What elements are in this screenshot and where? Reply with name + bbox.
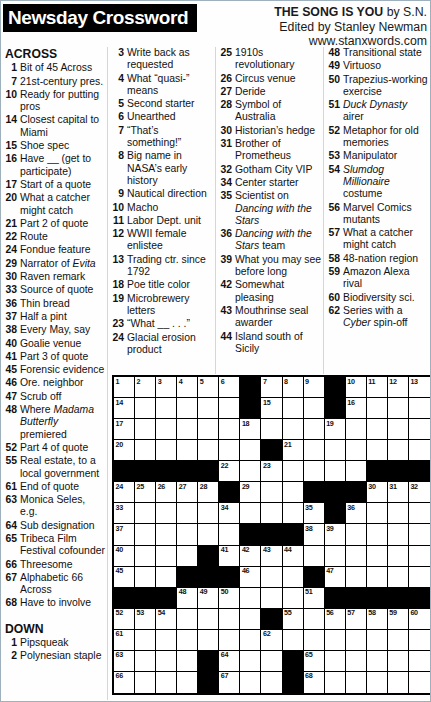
- grid-cell-7-5[interactable]: [198, 503, 219, 524]
- grid-cell-2-12[interactable]: 16: [346, 398, 367, 419]
- clue-44: 44Island south of Sicily: [218, 331, 323, 356]
- grid-cell-6-4[interactable]: 27: [177, 482, 198, 503]
- grid-cell-2-10[interactable]: [304, 398, 325, 419]
- grid-cell-5-7[interactable]: [240, 461, 261, 482]
- grid-cell-13-1[interactable]: 61: [114, 630, 135, 651]
- grid-cell-6-3[interactable]: 26: [156, 482, 177, 503]
- clue-1: 1Bit of 45 Across: [3, 62, 105, 74]
- grid-cell-12-14[interactable]: 59: [388, 609, 409, 630]
- grid-cell-5-10[interactable]: [304, 461, 325, 482]
- grid-cell-10-11[interactable]: 47: [325, 567, 346, 588]
- grid-cell-15-3[interactable]: [156, 672, 177, 693]
- grid-cell-8-11[interactable]: 39: [325, 524, 346, 545]
- grid-cell-3-4[interactable]: [177, 419, 198, 440]
- grid-cell-4-4[interactable]: [177, 440, 198, 461]
- clue-64: 64Sub designation: [3, 520, 105, 532]
- grid-cell-14-1[interactable]: 63: [114, 651, 135, 672]
- cell-number: 8: [284, 378, 288, 386]
- grid-cell-3-12[interactable]: [346, 419, 367, 440]
- grid-cell-8-2[interactable]: [135, 524, 156, 545]
- grid-cell-3-15[interactable]: [409, 419, 430, 440]
- clue-46: 46Ore. neighbor: [3, 377, 105, 389]
- grid-cell-3-2[interactable]: [135, 419, 156, 440]
- grid-cell-7-3[interactable]: [156, 503, 177, 524]
- grid-cell-1-1[interactable]: 1: [114, 377, 135, 398]
- grid-cell-11-8[interactable]: [261, 588, 282, 609]
- clue-14: 14Closest capital to Miami: [3, 114, 105, 139]
- grid-cell-12-2[interactable]: 53: [135, 609, 156, 630]
- grid-cell-12-13[interactable]: 58: [367, 609, 388, 630]
- clue-22: 22Route: [3, 231, 105, 243]
- grid-cell-4-12[interactable]: [346, 440, 367, 461]
- cell-number: 7: [263, 378, 267, 386]
- grid-cell-9-12[interactable]: [346, 546, 367, 567]
- grid-cell-6-9[interactable]: [283, 482, 304, 503]
- clue-number: 65: [3, 533, 20, 558]
- grid-cell-4-7[interactable]: [240, 440, 261, 461]
- grid-cell-12-9[interactable]: 55: [283, 609, 304, 630]
- cell-number: 24: [116, 483, 123, 491]
- grid-cell-2-1[interactable]: 14: [114, 398, 135, 419]
- grid-cell-1-13[interactable]: 11: [367, 377, 388, 398]
- grid-cell-15-13[interactable]: [367, 672, 388, 693]
- grid-cell-7-15[interactable]: [409, 503, 430, 524]
- grid-cell-9-3[interactable]: [156, 546, 177, 567]
- grid-cell-10-2[interactable]: [135, 567, 156, 588]
- grid-cell-2-6[interactable]: [219, 398, 240, 419]
- clue-36: 36Thin bread: [3, 298, 105, 310]
- grid-cell-13-15[interactable]: [409, 630, 430, 651]
- grid-cell-13-2[interactable]: [135, 630, 156, 651]
- grid-cell-13-12[interactable]: [346, 630, 367, 651]
- clue-48: 48Where Madama Butterfly premiered: [3, 404, 105, 441]
- clue-number: 61: [3, 481, 20, 493]
- grid-cell-5-8[interactable]: 23: [261, 461, 282, 482]
- cell-number: 19: [326, 420, 333, 428]
- grid-cell-7-2[interactable]: [135, 503, 156, 524]
- grid-cell-11-6[interactable]: 50: [219, 588, 240, 609]
- grid-cell-3-6[interactable]: [219, 419, 240, 440]
- grid-cell-10-13[interactable]: [367, 567, 388, 588]
- clue-number: 55: [3, 455, 20, 480]
- clue-number: 10: [3, 89, 20, 114]
- grid-cell-4-14[interactable]: [388, 440, 409, 461]
- clue-number: 54: [326, 164, 343, 201]
- grid-cell-4-2[interactable]: [135, 440, 156, 461]
- grid-cell-14-13[interactable]: [367, 651, 388, 672]
- grid-cell-13-14[interactable]: [388, 630, 409, 651]
- grid-cell-12-7[interactable]: [240, 609, 261, 630]
- clue-2: 2Polynesian staple: [3, 650, 105, 662]
- clue-text: Sub designation: [20, 520, 105, 532]
- grid-cell-12-15[interactable]: 60: [409, 609, 430, 630]
- grid-cell-5-11[interactable]: [325, 461, 346, 482]
- black-cell-14-9: [283, 651, 304, 672]
- grid-cell-9-10[interactable]: [304, 546, 325, 567]
- clue-text: What a catcher might catch: [343, 227, 430, 252]
- clue-61: 61End of quote: [3, 481, 105, 493]
- cell-number: 34: [221, 504, 228, 512]
- clue-text: Big name in NASA’s early history: [127, 150, 215, 187]
- clue-text: Write back as requested: [127, 47, 215, 72]
- grid-cell-3-5[interactable]: [198, 419, 219, 440]
- grid-cell-8-13[interactable]: [367, 524, 388, 545]
- black-cell-1-11: [325, 377, 346, 398]
- clue-text: Bit of 45 Across: [20, 62, 105, 74]
- grid-cell-12-11[interactable]: 56: [325, 609, 346, 630]
- clue-3: 3Write back as requested: [110, 47, 215, 72]
- grid-cell-9-6[interactable]: 41: [219, 546, 240, 567]
- grid-cell-3-1[interactable]: 17: [114, 419, 135, 440]
- grid-cell-7-12[interactable]: 36: [346, 503, 367, 524]
- grid-cell-8-15[interactable]: [409, 524, 430, 545]
- clue-number: 9: [110, 188, 127, 200]
- grid-cell-4-11[interactable]: [325, 440, 346, 461]
- clue-66: 66Threesome: [3, 559, 105, 571]
- grid-cell-4-1[interactable]: 20: [114, 440, 135, 461]
- grid-cell-4-9[interactable]: 21: [283, 440, 304, 461]
- grid-cell-10-8[interactable]: [261, 567, 282, 588]
- grid-cell-14-10[interactable]: 65: [304, 651, 325, 672]
- grid-cell-14-4[interactable]: [177, 651, 198, 672]
- grid-cell-1-2[interactable]: 2: [135, 377, 156, 398]
- clue-10: 10Macho: [110, 202, 215, 214]
- clue-text: Marvel Comics mutants: [343, 202, 430, 227]
- grid-cell-14-6[interactable]: 64: [219, 651, 240, 672]
- clue-6: 6Unearthed: [110, 111, 215, 123]
- grid-cell-4-10[interactable]: [304, 440, 325, 461]
- grid-cell-15-12[interactable]: [346, 672, 367, 693]
- clue-text: “That’s something!”: [127, 125, 215, 150]
- clue-31: 31Brother of Prometheus: [218, 138, 323, 163]
- grid-cell-14-3[interactable]: [156, 651, 177, 672]
- grid-cell-9-7[interactable]: 42: [240, 546, 261, 567]
- black-cell-11-2: [135, 588, 156, 609]
- grid-cell-5-6[interactable]: 22: [219, 461, 240, 482]
- grid-cell-6-2[interactable]: 25: [135, 482, 156, 503]
- clue-number: 29: [3, 258, 20, 270]
- clue-text: Ready for putting pros: [20, 89, 105, 114]
- grid-cell-2-15[interactable]: [409, 398, 430, 419]
- clue-number: 24: [3, 244, 20, 256]
- grid-cell-3-8[interactable]: [261, 419, 282, 440]
- grid-cell-7-1[interactable]: 33: [114, 503, 135, 524]
- grid-cell-13-13[interactable]: [367, 630, 388, 651]
- grid-cell-9-2[interactable]: [135, 546, 156, 567]
- grid-cell-10-9[interactable]: [283, 567, 304, 588]
- grid-cell-7-6[interactable]: 34: [219, 503, 240, 524]
- grid-cell-15-6[interactable]: 67: [219, 672, 240, 693]
- grid-cell-3-14[interactable]: [388, 419, 409, 440]
- grid-cell-12-6[interactable]: [219, 609, 240, 630]
- clue-text: Labor Dept. unit: [127, 215, 215, 227]
- grid-cell-14-14[interactable]: [388, 651, 409, 672]
- clue-45: 45Forensic evidence: [3, 364, 105, 376]
- clue-text: WWII female enlistee: [127, 228, 215, 253]
- grid-cell-1-8[interactable]: 7: [261, 377, 282, 398]
- grid-cell-4-6[interactable]: [219, 440, 240, 461]
- grid-cell-2-9[interactable]: [283, 398, 304, 419]
- clue-number: 5: [110, 98, 127, 110]
- grid-cell-7-4[interactable]: [177, 503, 198, 524]
- cell-number: 41: [221, 546, 228, 554]
- clue-number: 30: [3, 271, 20, 283]
- clue-52: 52Part 4 of quote: [3, 442, 105, 454]
- clue-number: 38: [3, 324, 20, 336]
- cell-number: 43: [263, 546, 270, 554]
- grid-cell-12-3[interactable]: 54: [156, 609, 177, 630]
- black-cell-5-1: [114, 461, 135, 482]
- clue-63: 63Monica Seles, e.g.: [3, 494, 105, 519]
- clue-text: Duck Dynasty airer: [343, 99, 430, 124]
- clue-number: 42: [218, 279, 235, 304]
- grid-cell-1-3[interactable]: 3: [156, 377, 177, 398]
- clue-text: Real estate, to a local government: [20, 455, 105, 480]
- clue-text: Symbol of Australia: [235, 99, 323, 124]
- grid-cell-14-2[interactable]: [135, 651, 156, 672]
- grid-cell-3-9[interactable]: [283, 419, 304, 440]
- grid-cell-8-10[interactable]: 38: [304, 524, 325, 545]
- grid-cell-2-8[interactable]: 15: [261, 398, 282, 419]
- clue-text: End of quote: [20, 481, 105, 493]
- clue-text: Dancing with the Stars team: [235, 228, 323, 253]
- black-cell-6-11: [325, 482, 346, 503]
- grid-cell-11-7[interactable]: [240, 588, 261, 609]
- cell-number: 60: [410, 609, 417, 617]
- grid-cell-9-15[interactable]: [409, 546, 430, 567]
- grid-cell-7-7[interactable]: [240, 503, 261, 524]
- grid-cell-10-7[interactable]: 46: [240, 567, 261, 588]
- clue-text: Trading ctr. since 1792: [127, 254, 215, 279]
- grid-cell-14-11[interactable]: [325, 651, 346, 672]
- grid-cell-15-8[interactable]: [261, 672, 282, 693]
- grid-cell-6-15[interactable]: 32: [409, 482, 430, 503]
- grid-cell-3-11[interactable]: 19: [325, 419, 346, 440]
- clue-52: 52Metaphor for old memories: [326, 125, 430, 150]
- clue-text: Raven remark: [20, 271, 105, 283]
- grid-cell-1-4[interactable]: 4: [177, 377, 198, 398]
- clue-number: 37: [3, 311, 20, 323]
- grid-cell-5-12[interactable]: [346, 461, 367, 482]
- grid-cell-13-7[interactable]: [240, 630, 261, 651]
- grid-cell-13-8[interactable]: 62: [261, 630, 282, 651]
- grid-cell-14-15[interactable]: [409, 651, 430, 672]
- clue-54: 54Slumdog Millionaire costume: [326, 164, 430, 201]
- grid-cell-15-10[interactable]: 68: [304, 672, 325, 693]
- grid-cell-15-11[interactable]: [325, 672, 346, 693]
- cell-number: 51: [305, 588, 312, 596]
- clue-number: 30: [218, 125, 235, 137]
- grid-cell-4-3[interactable]: [156, 440, 177, 461]
- grid-cell-2-2[interactable]: [135, 398, 156, 419]
- clue-number: 56: [326, 202, 343, 227]
- grid-cell-8-6[interactable]: [219, 524, 240, 545]
- clue-number: 40: [3, 338, 20, 350]
- black-cell-11-11: [325, 588, 346, 609]
- clue-text: What a catcher might catch: [20, 192, 105, 217]
- grid-cell-3-13[interactable]: [367, 419, 388, 440]
- grid-cell-13-11[interactable]: [325, 630, 346, 651]
- grid-cell-14-7[interactable]: [240, 651, 261, 672]
- grid-cell-9-4[interactable]: [177, 546, 198, 567]
- clue-text: Macho: [127, 202, 215, 214]
- cell-number: 23: [263, 462, 270, 470]
- grid-cell-7-8[interactable]: [261, 503, 282, 524]
- grid-cell-6-5[interactable]: 28: [198, 482, 219, 503]
- clue-number: 1: [3, 637, 20, 649]
- grid-cell-7-9[interactable]: [283, 503, 304, 524]
- grid-cell-8-14[interactable]: [388, 524, 409, 545]
- grid-cell-2-5[interactable]: [198, 398, 219, 419]
- grid-cell-15-4[interactable]: [177, 672, 198, 693]
- cell-number: 54: [158, 609, 165, 617]
- cell-number: 63: [116, 651, 123, 659]
- clue-number: 7: [110, 125, 127, 150]
- grid-cell-15-15[interactable]: [409, 672, 430, 693]
- black-cell-6-6: [219, 482, 240, 503]
- clue-11: 11Labor Dept. unit: [110, 215, 215, 227]
- grid-cell-1-10[interactable]: 9: [304, 377, 325, 398]
- grid-cell-13-6[interactable]: [219, 630, 240, 651]
- grid-cell-6-1[interactable]: 24: [114, 482, 135, 503]
- grid-cell-1-9[interactable]: 8: [283, 377, 304, 398]
- grid-cell-2-14[interactable]: [388, 398, 409, 419]
- grid-cell-9-1[interactable]: 40: [114, 546, 135, 567]
- clue-28: 28Symbol of Australia: [218, 99, 323, 124]
- grid-cell-3-3[interactable]: [156, 419, 177, 440]
- cell-number: 20: [116, 441, 123, 449]
- black-cell-5-14: [388, 461, 409, 482]
- grid-cell-9-14[interactable]: [388, 546, 409, 567]
- grid-cell-10-12[interactable]: [346, 567, 367, 588]
- grid-cell-13-9[interactable]: [283, 630, 304, 651]
- grid-cell-5-9[interactable]: [283, 461, 304, 482]
- grid-cell-11-9[interactable]: [283, 588, 304, 609]
- cell-number: 21: [284, 441, 291, 449]
- clue-number: 66: [3, 559, 20, 571]
- grid-cell-4-5[interactable]: [198, 440, 219, 461]
- grid-cell-11-10[interactable]: 51: [304, 588, 325, 609]
- grid-cell-8-1[interactable]: 37: [114, 524, 135, 545]
- grid-cell-1-14[interactable]: 12: [388, 377, 409, 398]
- cell-number: 53: [137, 609, 144, 617]
- grid-cell-14-12[interactable]: [346, 651, 367, 672]
- grid-cell-15-2[interactable]: [135, 672, 156, 693]
- grid-cell-15-7[interactable]: [240, 672, 261, 693]
- clue-number: 45: [3, 364, 20, 376]
- grid-cell-6-7[interactable]: 29: [240, 482, 261, 503]
- grid-cell-15-14[interactable]: [388, 672, 409, 693]
- clue-text: Amazon Alexa rival: [343, 266, 430, 291]
- clue-text: Shoe spec: [20, 140, 105, 152]
- grid-cell-14-8[interactable]: [261, 651, 282, 672]
- grid-cell-11-4[interactable]: 48: [177, 588, 198, 609]
- grid-cell-10-3[interactable]: [156, 567, 177, 588]
- clue-number: 19: [110, 293, 127, 318]
- grid-cell-8-5[interactable]: [198, 524, 219, 545]
- grid-cell-12-1[interactable]: 52: [114, 609, 135, 630]
- grid-cell-7-13[interactable]: [367, 503, 388, 524]
- clue-59: 59Amazon Alexa rival: [326, 266, 430, 291]
- clue-text: Tribeca Film Festival cofounder: [20, 533, 105, 558]
- grid-cell-13-4[interactable]: [177, 630, 198, 651]
- grid-cell-2-13[interactable]: [367, 398, 388, 419]
- cell-number: 58: [368, 609, 375, 617]
- grid-cell-7-10[interactable]: 35: [304, 503, 325, 524]
- cell-number: 12: [389, 378, 396, 386]
- grid-cell-13-10[interactable]: [304, 630, 325, 651]
- grid-cell-10-14[interactable]: [388, 567, 409, 588]
- clue-text: Scientist on Dancing with the Stars: [235, 190, 323, 227]
- clue-33: 33Source of quote: [3, 284, 105, 296]
- grid-cell-4-15[interactable]: [409, 440, 430, 461]
- grid-cell-13-5[interactable]: [198, 630, 219, 651]
- clue-60: 60Biodiversity sci.: [326, 292, 430, 304]
- cell-number: 26: [158, 483, 165, 491]
- grid-cell-8-3[interactable]: [156, 524, 177, 545]
- grid-cell-2-3[interactable]: [156, 398, 177, 419]
- grid-cell-3-10[interactable]: [304, 419, 325, 440]
- grid-cell-6-13[interactable]: 30: [367, 482, 388, 503]
- grid-cell-3-7[interactable]: 18: [240, 419, 261, 440]
- grid-cell-4-13[interactable]: [367, 440, 388, 461]
- grid-cell-1-5[interactable]: 5: [198, 377, 219, 398]
- clue-text: Slumdog Millionaire costume: [343, 164, 430, 201]
- black-cell-5-5: [198, 461, 219, 482]
- clue-text: Goalie venue: [20, 338, 105, 350]
- cell-number: 3: [158, 378, 162, 386]
- clue-1: 1Pipsqueak: [3, 637, 105, 649]
- grid-cell-10-1[interactable]: 45: [114, 567, 135, 588]
- clue-text: Biodiversity sci.: [343, 292, 430, 304]
- clue-number: 68: [3, 597, 20, 609]
- grid-cell-12-10[interactable]: [304, 609, 325, 630]
- black-cell-10-6: [219, 567, 240, 588]
- grid-cell-12-5[interactable]: [198, 609, 219, 630]
- clue-16: 16Have __ (get to participate): [3, 153, 105, 178]
- grid-cell-6-14[interactable]: 31: [388, 482, 409, 503]
- grid-cell-9-8[interactable]: 43: [261, 546, 282, 567]
- grid-cell-1-15[interactable]: 13: [409, 377, 430, 398]
- clue-number: 14: [3, 114, 20, 139]
- grid-cell-12-12[interactable]: 57: [346, 609, 367, 630]
- cell-number: 15: [263, 399, 270, 407]
- clue-number: 63: [3, 494, 20, 519]
- grid-cell-11-5[interactable]: 49: [198, 588, 219, 609]
- black-cell-5-3: [156, 461, 177, 482]
- grid-cell-7-14[interactable]: [388, 503, 409, 524]
- grid-cell-8-4[interactable]: [177, 524, 198, 545]
- grid-cell-9-11[interactable]: [325, 546, 346, 567]
- cell-number: 31: [389, 483, 396, 491]
- grid-cell-12-4[interactable]: [177, 609, 198, 630]
- grid-cell-9-13[interactable]: [367, 546, 388, 567]
- grid-cell-6-8[interactable]: [261, 482, 282, 503]
- clue-number: 13: [110, 254, 127, 279]
- grid-cell-1-12[interactable]: 10: [346, 377, 367, 398]
- grid-cell-10-15[interactable]: [409, 567, 430, 588]
- grid-cell-2-4[interactable]: [177, 398, 198, 419]
- clue-7: 7“That’s something!”: [110, 125, 215, 150]
- grid-cell-9-9[interactable]: 44: [283, 546, 304, 567]
- grid-cell-8-12[interactable]: [346, 524, 367, 545]
- clue-text: Poe title color: [127, 279, 215, 291]
- grid-cell-1-6[interactable]: 6: [219, 377, 240, 398]
- clue-55: 55Real estate, to a local government: [3, 455, 105, 480]
- clue-number: 31: [218, 138, 235, 163]
- grid-cell-13-3[interactable]: [156, 630, 177, 651]
- grid-cell-15-1[interactable]: 66: [114, 672, 135, 693]
